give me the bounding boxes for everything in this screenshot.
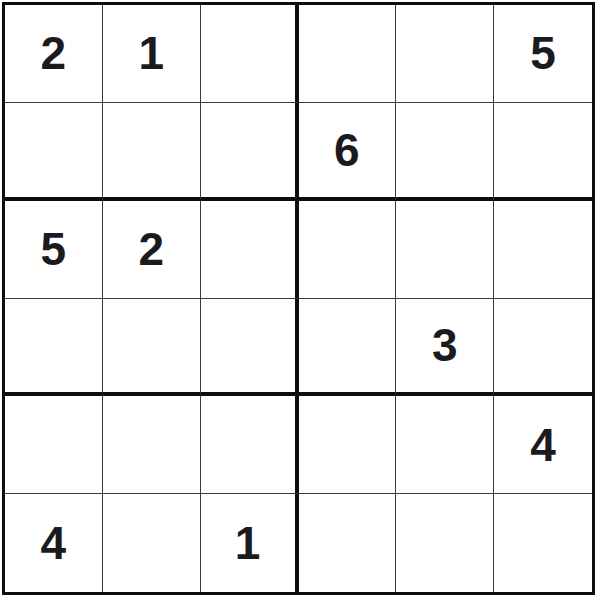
cell-r2c5[interactable] [396, 103, 494, 201]
cell-r3c4[interactable] [299, 201, 397, 299]
cell-r1c6[interactable]: 5 [494, 5, 592, 103]
cell-r4c1[interactable] [5, 299, 103, 397]
cell-r1c1[interactable]: 2 [5, 5, 103, 103]
cell-r6c5[interactable] [396, 494, 494, 592]
cell-r6c4[interactable] [299, 494, 397, 592]
cell-r4c5[interactable]: 3 [396, 299, 494, 397]
cell-r6c1[interactable]: 4 [5, 494, 103, 592]
cell-r5c5[interactable] [396, 396, 494, 494]
cell-r2c1[interactable] [5, 103, 103, 201]
cell-r6c2[interactable] [103, 494, 201, 592]
cell-r5c2[interactable] [103, 396, 201, 494]
cell-r4c4[interactable] [299, 299, 397, 397]
cell-r2c3[interactable] [201, 103, 299, 201]
cell-r1c3[interactable] [201, 5, 299, 103]
cell-r1c2[interactable]: 1 [103, 5, 201, 103]
cell-r4c2[interactable] [103, 299, 201, 397]
sudoku-board: 2156523441 [2, 2, 595, 595]
cell-r3c2[interactable]: 2 [103, 201, 201, 299]
cell-r3c5[interactable] [396, 201, 494, 299]
cell-r1c4[interactable] [299, 5, 397, 103]
sudoku-page: 2156523441 [0, 0, 600, 600]
cell-r5c4[interactable] [299, 396, 397, 494]
cell-r4c3[interactable] [201, 299, 299, 397]
cell-r3c6[interactable] [494, 201, 592, 299]
cell-r2c6[interactable] [494, 103, 592, 201]
cell-r5c3[interactable] [201, 396, 299, 494]
cell-r1c5[interactable] [396, 5, 494, 103]
cell-r3c3[interactable] [201, 201, 299, 299]
cell-r2c2[interactable] [103, 103, 201, 201]
cell-r6c3[interactable]: 1 [201, 494, 299, 592]
cell-r5c6[interactable]: 4 [494, 396, 592, 494]
cell-r6c6[interactable] [494, 494, 592, 592]
cell-r5c1[interactable] [5, 396, 103, 494]
cell-r3c1[interactable]: 5 [5, 201, 103, 299]
cell-r4c6[interactable] [494, 299, 592, 397]
cell-r2c4[interactable]: 6 [299, 103, 397, 201]
